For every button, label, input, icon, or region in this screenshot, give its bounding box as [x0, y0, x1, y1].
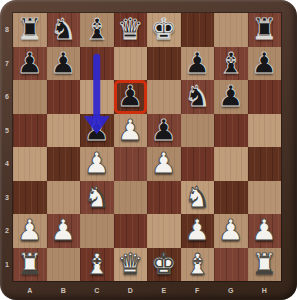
square-a3[interactable]	[13, 181, 47, 215]
square-e4[interactable]: ♟	[147, 147, 181, 181]
piece-black-pawn-e5[interactable]: ♟	[147, 114, 181, 148]
square-d7[interactable]	[114, 47, 148, 81]
square-e2[interactable]	[147, 214, 181, 248]
square-a4[interactable]	[13, 147, 47, 181]
square-f7[interactable]: ♟	[181, 47, 215, 81]
piece-white-queen-d1[interactable]: ♛	[114, 248, 148, 282]
square-a8[interactable]: ♜	[13, 13, 47, 47]
file-label-a: A	[13, 284, 47, 297]
rank-label-8: 8	[2, 13, 12, 47]
square-c6[interactable]	[80, 80, 114, 114]
square-h1[interactable]: ♜	[248, 248, 282, 282]
piece-white-pawn-d5[interactable]: ♟	[114, 114, 148, 148]
square-a7[interactable]: ♟	[13, 47, 47, 81]
square-g1[interactable]	[214, 248, 248, 282]
piece-white-pawn-a2[interactable]: ♟	[13, 214, 47, 248]
file-label-f: F	[181, 284, 215, 297]
piece-black-knight-b8[interactable]: ♞	[47, 13, 81, 47]
square-e8[interactable]: ♚	[147, 13, 181, 47]
square-b5[interactable]	[47, 114, 81, 148]
square-b1[interactable]	[47, 248, 81, 282]
piece-black-pawn-a7[interactable]: ♟	[13, 47, 47, 81]
square-b2[interactable]: ♟	[47, 214, 81, 248]
square-d3[interactable]	[114, 181, 148, 215]
rank-label-1: 1	[2, 248, 12, 282]
piece-white-bishop-c1[interactable]: ♝	[80, 248, 114, 282]
square-a6[interactable]	[13, 80, 47, 114]
square-e7[interactable]	[147, 47, 181, 81]
piece-black-rook-h8[interactable]: ♜	[248, 13, 282, 47]
square-h7[interactable]: ♟	[248, 47, 282, 81]
file-label-g: G	[214, 284, 248, 297]
file-label-h: H	[248, 284, 282, 297]
chess-app-screenshot: ♜♞♝♛♚♜♟♟♟♝♟♟♞♟♟♟♟♟♟♞♞♟♟♟♟♟♜♝♛♚♝♜ 8765432…	[0, 0, 297, 300]
square-b8[interactable]: ♞	[47, 13, 81, 47]
piece-white-knight-f3[interactable]: ♞	[181, 181, 215, 215]
square-e6[interactable]	[147, 80, 181, 114]
square-h5[interactable]	[248, 114, 282, 148]
square-g4[interactable]	[214, 147, 248, 181]
square-f4[interactable]	[181, 147, 215, 181]
piece-white-pawn-c4[interactable]: ♟	[80, 147, 114, 181]
square-h4[interactable]	[248, 147, 282, 181]
piece-black-pawn-c5[interactable]: ♟	[80, 114, 114, 148]
file-label-b: B	[47, 284, 81, 297]
piece-white-pawn-e4[interactable]: ♟	[147, 147, 181, 181]
piece-black-pawn-f7[interactable]: ♟	[181, 47, 215, 81]
square-h8[interactable]: ♜	[248, 13, 282, 47]
square-e5[interactable]: ♟	[147, 114, 181, 148]
square-d2[interactable]	[114, 214, 148, 248]
piece-black-bishop-c8[interactable]: ♝	[80, 13, 114, 47]
square-c8[interactable]: ♝	[80, 13, 114, 47]
piece-black-king-e8[interactable]: ♚	[147, 13, 181, 47]
square-c7[interactable]	[80, 47, 114, 81]
square-b6[interactable]	[47, 80, 81, 114]
square-b7[interactable]: ♟	[47, 47, 81, 81]
rank-label-3: 3	[2, 181, 12, 215]
square-g6[interactable]: ♟	[214, 80, 248, 114]
square-e3[interactable]	[147, 181, 181, 215]
piece-white-king-e1[interactable]: ♚	[147, 248, 181, 282]
rank-label-7: 7	[2, 47, 12, 81]
file-label-c: C	[80, 284, 114, 297]
square-h3[interactable]	[248, 181, 282, 215]
square-a2[interactable]: ♟	[13, 214, 47, 248]
piece-white-pawn-h2[interactable]: ♟	[248, 214, 282, 248]
chess-board: ♜♞♝♛♚♜♟♟♟♝♟♟♞♟♟♟♟♟♟♞♞♟♟♟♟♟♜♝♛♚♝♜	[13, 13, 281, 281]
square-c5[interactable]: ♟	[80, 114, 114, 148]
square-f1[interactable]: ♝	[181, 248, 215, 282]
square-d4[interactable]	[114, 147, 148, 181]
square-c1[interactable]: ♝	[80, 248, 114, 282]
piece-white-rook-a1[interactable]: ♜	[13, 248, 47, 282]
piece-black-knight-f6[interactable]: ♞	[181, 80, 215, 114]
square-g5[interactable]	[214, 114, 248, 148]
square-h6[interactable]	[248, 80, 282, 114]
square-c3[interactable]: ♞	[80, 181, 114, 215]
piece-white-bishop-f1[interactable]: ♝	[181, 248, 215, 282]
square-f8[interactable]	[181, 13, 215, 47]
square-f3[interactable]: ♞	[181, 181, 215, 215]
square-d1[interactable]: ♛	[114, 248, 148, 282]
piece-black-queen-d8[interactable]: ♛	[114, 13, 148, 47]
piece-white-pawn-b2[interactable]: ♟	[47, 214, 81, 248]
square-f2[interactable]: ♟	[181, 214, 215, 248]
square-d8[interactable]: ♛	[114, 13, 148, 47]
piece-white-pawn-f2[interactable]: ♟	[181, 214, 215, 248]
square-g7[interactable]: ♝	[214, 47, 248, 81]
piece-white-rook-h1[interactable]: ♜	[248, 248, 282, 282]
square-f5[interactable]	[181, 114, 215, 148]
rank-label-6: 6	[2, 80, 12, 114]
rank-label-4: 4	[2, 147, 12, 181]
piece-white-knight-c3[interactable]: ♞	[80, 181, 114, 215]
rank-label-2: 2	[2, 214, 12, 248]
square-e1[interactable]: ♚	[147, 248, 181, 282]
file-label-d: D	[114, 284, 148, 297]
square-c4[interactable]: ♟	[80, 147, 114, 181]
square-h2[interactable]: ♟	[248, 214, 282, 248]
square-g3[interactable]	[214, 181, 248, 215]
square-b4[interactable]	[47, 147, 81, 181]
square-g2[interactable]: ♟	[214, 214, 248, 248]
piece-white-pawn-g2[interactable]: ♟	[214, 214, 248, 248]
file-label-e: E	[147, 284, 181, 297]
square-b3[interactable]	[47, 181, 81, 215]
piece-black-pawn-h7[interactable]: ♟	[248, 47, 282, 81]
square-d6[interactable]: ♟	[114, 80, 148, 114]
rank-label-5: 5	[2, 114, 12, 148]
square-c2[interactable]	[80, 214, 114, 248]
piece-black-rook-a8[interactable]: ♜	[13, 13, 47, 47]
piece-black-pawn-d6[interactable]: ♟	[114, 80, 148, 114]
square-d5[interactable]: ♟	[114, 114, 148, 148]
piece-black-bishop-g7[interactable]: ♝	[214, 47, 248, 81]
square-a5[interactable]	[13, 114, 47, 148]
piece-black-pawn-b7[interactable]: ♟	[47, 47, 81, 81]
piece-black-pawn-g6[interactable]: ♟	[214, 80, 248, 114]
square-g8[interactable]	[214, 13, 248, 47]
square-a1[interactable]: ♜	[13, 248, 47, 282]
square-f6[interactable]: ♞	[181, 80, 215, 114]
